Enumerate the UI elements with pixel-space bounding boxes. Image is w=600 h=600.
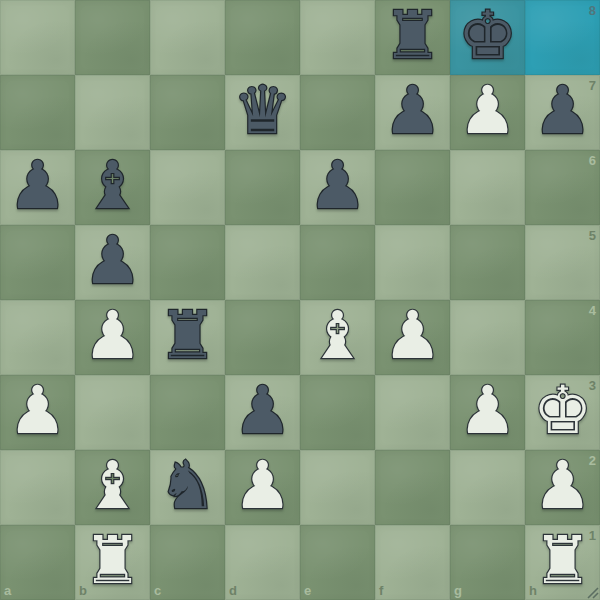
piece-white-rook-b1[interactable]: ♜ — [75, 523, 150, 598]
square-e5[interactable] — [300, 225, 375, 300]
piece-white-pawn-h2[interactable]: ♟ — [525, 448, 600, 523]
square-g8[interactable]: ♚ — [450, 0, 525, 75]
square-a6[interactable]: ♟ — [0, 150, 75, 225]
square-h7[interactable]: 7♟ — [525, 75, 600, 150]
piece-white-pawn-b4[interactable]: ♟ — [75, 298, 150, 373]
square-g3[interactable]: ♟ — [450, 375, 525, 450]
square-a1[interactable]: a — [0, 525, 75, 600]
square-d6[interactable] — [225, 150, 300, 225]
square-b6[interactable]: ♝ — [75, 150, 150, 225]
square-h8[interactable]: 8 — [525, 0, 600, 75]
square-g6[interactable] — [450, 150, 525, 225]
square-b5[interactable]: ♟ — [75, 225, 150, 300]
piece-white-pawn-f4[interactable]: ♟ — [375, 298, 450, 373]
square-c6[interactable] — [150, 150, 225, 225]
file-label-a: a — [4, 583, 11, 598]
piece-black-rook-f8[interactable]: ♜ — [375, 0, 450, 73]
piece-black-pawn-h7[interactable]: ♟ — [525, 73, 600, 148]
square-c4[interactable]: ♜ — [150, 300, 225, 375]
square-f6[interactable] — [375, 150, 450, 225]
piece-white-bishop-b2[interactable]: ♝ — [75, 448, 150, 523]
square-f1[interactable]: f — [375, 525, 450, 600]
rank-label-4: 4 — [589, 303, 596, 318]
square-d5[interactable] — [225, 225, 300, 300]
piece-white-pawn-d2[interactable]: ♟ — [225, 448, 300, 523]
rank-label-6: 6 — [589, 153, 596, 168]
square-c7[interactable] — [150, 75, 225, 150]
chess-board: ♜♚8♛♟♟7♟♟♝♟6♟5♟♜♝♟4♟♟♟3♚♝♞♟2♟ab♜cdefg1h♜ — [0, 0, 600, 600]
square-b4[interactable]: ♟ — [75, 300, 150, 375]
square-c3[interactable] — [150, 375, 225, 450]
square-g7[interactable]: ♟ — [450, 75, 525, 150]
square-b8[interactable] — [75, 0, 150, 75]
piece-black-knight-c2[interactable]: ♞ — [150, 448, 225, 523]
piece-white-bishop-e4[interactable]: ♝ — [300, 298, 375, 373]
square-f3[interactable] — [375, 375, 450, 450]
resize-handle-icon[interactable] — [585, 585, 599, 599]
square-c2[interactable]: ♞ — [150, 450, 225, 525]
piece-black-bishop-b6[interactable]: ♝ — [75, 148, 150, 223]
square-d4[interactable] — [225, 300, 300, 375]
square-d2[interactable]: ♟ — [225, 450, 300, 525]
square-d1[interactable]: d — [225, 525, 300, 600]
piece-black-king-g8[interactable]: ♚ — [450, 0, 525, 73]
square-e2[interactable] — [300, 450, 375, 525]
piece-white-pawn-g3[interactable]: ♟ — [450, 373, 525, 448]
square-b2[interactable]: ♝ — [75, 450, 150, 525]
square-d7[interactable]: ♛ — [225, 75, 300, 150]
square-f2[interactable] — [375, 450, 450, 525]
square-c5[interactable] — [150, 225, 225, 300]
square-g1[interactable]: g — [450, 525, 525, 600]
square-c8[interactable] — [150, 0, 225, 75]
file-label-e: e — [304, 583, 311, 598]
rank-label-5: 5 — [589, 228, 596, 243]
piece-black-rook-c4[interactable]: ♜ — [150, 298, 225, 373]
piece-black-pawn-a6[interactable]: ♟ — [0, 148, 75, 223]
file-label-g: g — [454, 583, 462, 598]
square-a4[interactable] — [0, 300, 75, 375]
square-a8[interactable] — [0, 0, 75, 75]
square-g4[interactable] — [450, 300, 525, 375]
rank-label-8: 8 — [589, 3, 596, 18]
square-a2[interactable] — [0, 450, 75, 525]
square-b3[interactable] — [75, 375, 150, 450]
square-d8[interactable] — [225, 0, 300, 75]
square-e1[interactable]: e — [300, 525, 375, 600]
square-f8[interactable]: ♜ — [375, 0, 450, 75]
file-label-c: c — [154, 583, 161, 598]
piece-black-pawn-f7[interactable]: ♟ — [375, 73, 450, 148]
square-b7[interactable] — [75, 75, 150, 150]
square-c1[interactable]: c — [150, 525, 225, 600]
square-e6[interactable]: ♟ — [300, 150, 375, 225]
square-d3[interactable]: ♟ — [225, 375, 300, 450]
piece-white-king-h3[interactable]: ♚ — [525, 373, 600, 448]
square-g5[interactable] — [450, 225, 525, 300]
square-a5[interactable] — [0, 225, 75, 300]
piece-white-pawn-g7[interactable]: ♟ — [450, 73, 525, 148]
file-label-f: f — [379, 583, 383, 598]
square-g2[interactable] — [450, 450, 525, 525]
square-a7[interactable] — [0, 75, 75, 150]
square-e8[interactable] — [300, 0, 375, 75]
file-label-d: d — [229, 583, 237, 598]
square-e3[interactable] — [300, 375, 375, 450]
square-b1[interactable]: b♜ — [75, 525, 150, 600]
piece-white-pawn-a3[interactable]: ♟ — [0, 373, 75, 448]
square-e7[interactable] — [300, 75, 375, 150]
piece-black-pawn-d3[interactable]: ♟ — [225, 373, 300, 448]
square-h4[interactable]: 4 — [525, 300, 600, 375]
square-f7[interactable]: ♟ — [375, 75, 450, 150]
piece-black-pawn-e6[interactable]: ♟ — [300, 148, 375, 223]
square-f4[interactable]: ♟ — [375, 300, 450, 375]
piece-black-queen-d7[interactable]: ♛ — [225, 73, 300, 148]
square-h6[interactable]: 6 — [525, 150, 600, 225]
square-e4[interactable]: ♝ — [300, 300, 375, 375]
piece-black-pawn-b5[interactable]: ♟ — [75, 223, 150, 298]
square-h3[interactable]: 3♚ — [525, 375, 600, 450]
square-h5[interactable]: 5 — [525, 225, 600, 300]
square-f5[interactable] — [375, 225, 450, 300]
square-a3[interactable]: ♟ — [0, 375, 75, 450]
square-h2[interactable]: 2♟ — [525, 450, 600, 525]
